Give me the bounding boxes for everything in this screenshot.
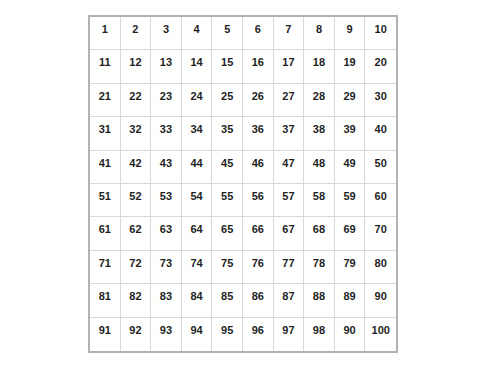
grid-cell-r5c2: 42 <box>121 151 152 184</box>
grid-cell-r2c5: 15 <box>212 50 243 83</box>
grid-cell-r8c7: 77 <box>274 251 305 284</box>
grid-cell-r6c7: 57 <box>274 184 305 217</box>
grid-cell-r8c2: 72 <box>121 251 152 284</box>
grid-cell-r10c7: 97 <box>274 318 305 351</box>
grid-cell-r8c10: 80 <box>365 251 396 284</box>
grid-cell-r3c10: 30 <box>365 84 396 117</box>
grid-cell-r9c8: 88 <box>304 284 335 317</box>
grid-cell-r7c7: 67 <box>274 217 305 250</box>
grid-cell-r1c2: 2 <box>121 17 152 50</box>
grid-cell-r7c2: 62 <box>121 217 152 250</box>
grid-cell-r10c3: 93 <box>151 318 182 351</box>
grid-cell-r5c10: 50 <box>365 151 396 184</box>
grid-cell-r10c8: 98 <box>304 318 335 351</box>
grid-cell-r10c2: 92 <box>121 318 152 351</box>
grid-cell-r2c6: 16 <box>243 50 274 83</box>
grid-cell-r4c4: 34 <box>182 117 213 150</box>
grid-cell-r2c1: 11 <box>90 50 121 83</box>
grid-cell-r7c10: 70 <box>365 217 396 250</box>
grid-cell-r9c3: 83 <box>151 284 182 317</box>
grid-cell-r1c3: 3 <box>151 17 182 50</box>
grid-cell-r3c5: 25 <box>212 84 243 117</box>
grid-cell-r4c1: 31 <box>90 117 121 150</box>
grid-cell-r5c4: 44 <box>182 151 213 184</box>
grid-cell-r1c4: 4 <box>182 17 213 50</box>
grid-cell-r4c7: 37 <box>274 117 305 150</box>
grid-cell-r9c1: 81 <box>90 284 121 317</box>
grid-cell-r5c1: 41 <box>90 151 121 184</box>
grid-cell-r7c6: 66 <box>243 217 274 250</box>
grid-cell-r10c4: 94 <box>182 318 213 351</box>
grid-cell-r4c8: 38 <box>304 117 335 150</box>
grid-cell-r8c5: 75 <box>212 251 243 284</box>
grid-cell-r3c7: 27 <box>274 84 305 117</box>
grid-cell-r5c6: 46 <box>243 151 274 184</box>
grid-cell-r7c5: 65 <box>212 217 243 250</box>
grid-cell-r4c3: 33 <box>151 117 182 150</box>
grid-cell-r10c6: 96 <box>243 318 274 351</box>
hundred-chart-board: 1234567891011121314151617181920212223242… <box>88 15 398 353</box>
grid-cell-r6c9: 59 <box>335 184 366 217</box>
grid-cell-r4c2: 32 <box>121 117 152 150</box>
grid-cell-r7c8: 68 <box>304 217 335 250</box>
grid-cell-r3c4: 24 <box>182 84 213 117</box>
grid-cell-r1c8: 8 <box>304 17 335 50</box>
grid-cell-r3c1: 21 <box>90 84 121 117</box>
grid-cell-r6c3: 53 <box>151 184 182 217</box>
worksheet-page: 1234567891011121314151617181920212223242… <box>0 0 500 375</box>
grid-cell-r3c8: 28 <box>304 84 335 117</box>
grid-cell-r10c5: 95 <box>212 318 243 351</box>
grid-cell-r10c9: 90 <box>335 318 366 351</box>
grid-cell-r3c6: 26 <box>243 84 274 117</box>
grid-cell-r8c4: 74 <box>182 251 213 284</box>
grid-cell-r8c1: 71 <box>90 251 121 284</box>
grid-cell-r1c10: 10 <box>365 17 396 50</box>
grid-cell-r8c6: 76 <box>243 251 274 284</box>
grid-cell-r10c1: 91 <box>90 318 121 351</box>
grid-cell-r1c9: 9 <box>335 17 366 50</box>
grid-cell-r9c2: 82 <box>121 284 152 317</box>
grid-cell-r1c7: 7 <box>274 17 305 50</box>
grid-cell-r6c4: 54 <box>182 184 213 217</box>
grid-cell-r5c3: 43 <box>151 151 182 184</box>
grid-cell-r9c9: 89 <box>335 284 366 317</box>
grid-cell-r5c5: 45 <box>212 151 243 184</box>
grid-cell-r9c5: 85 <box>212 284 243 317</box>
grid-cell-r7c9: 69 <box>335 217 366 250</box>
grid-cell-r8c9: 79 <box>335 251 366 284</box>
grid-cell-r6c6: 56 <box>243 184 274 217</box>
grid-cell-r2c4: 14 <box>182 50 213 83</box>
grid-cell-r4c9: 39 <box>335 117 366 150</box>
grid-cell-r3c9: 29 <box>335 84 366 117</box>
grid-cell-r2c8: 18 <box>304 50 335 83</box>
grid-cell-r7c1: 61 <box>90 217 121 250</box>
grid-cell-r7c4: 64 <box>182 217 213 250</box>
grid-cell-r5c8: 48 <box>304 151 335 184</box>
grid-cell-r7c3: 63 <box>151 217 182 250</box>
grid-cell-r2c7: 17 <box>274 50 305 83</box>
grid-cell-r9c7: 87 <box>274 284 305 317</box>
grid-cell-r5c7: 47 <box>274 151 305 184</box>
grid-cell-r4c5: 35 <box>212 117 243 150</box>
grid-cell-r2c10: 20 <box>365 50 396 83</box>
grid-cell-r1c5: 5 <box>212 17 243 50</box>
grid-cell-r2c9: 19 <box>335 50 366 83</box>
grid-cell-r10c10: 100 <box>365 318 396 351</box>
grid-cell-r9c4: 84 <box>182 284 213 317</box>
grid-cell-r6c1: 51 <box>90 184 121 217</box>
grid-cell-r1c6: 6 <box>243 17 274 50</box>
grid-cell-r4c6: 36 <box>243 117 274 150</box>
grid-cell-r6c5: 55 <box>212 184 243 217</box>
grid-cell-r4c10: 40 <box>365 117 396 150</box>
grid-cell-r8c8: 78 <box>304 251 335 284</box>
grid-cell-r3c3: 23 <box>151 84 182 117</box>
grid-cell-r9c10: 90 <box>365 284 396 317</box>
grid-cell-r5c9: 49 <box>335 151 366 184</box>
grid-cell-r1c1: 1 <box>90 17 121 50</box>
grid-cell-r6c8: 58 <box>304 184 335 217</box>
grid-cell-r8c3: 73 <box>151 251 182 284</box>
grid-cell-r6c10: 60 <box>365 184 396 217</box>
grid-cell-r6c2: 52 <box>121 184 152 217</box>
grid-cell-r2c2: 12 <box>121 50 152 83</box>
grid-cell-r9c6: 86 <box>243 284 274 317</box>
grid-cell-r2c3: 13 <box>151 50 182 83</box>
grid-cell-r3c2: 22 <box>121 84 152 117</box>
